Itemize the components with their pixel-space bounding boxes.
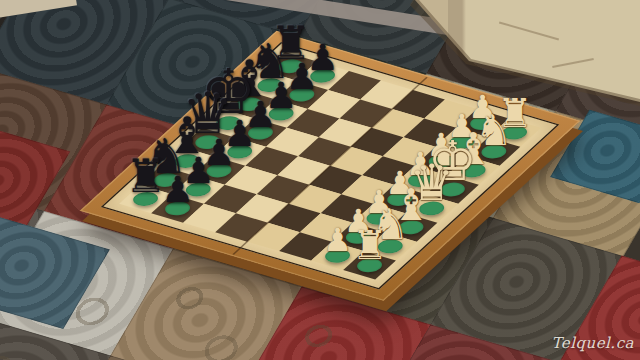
watermark: Telquel.ca bbox=[551, 334, 634, 352]
